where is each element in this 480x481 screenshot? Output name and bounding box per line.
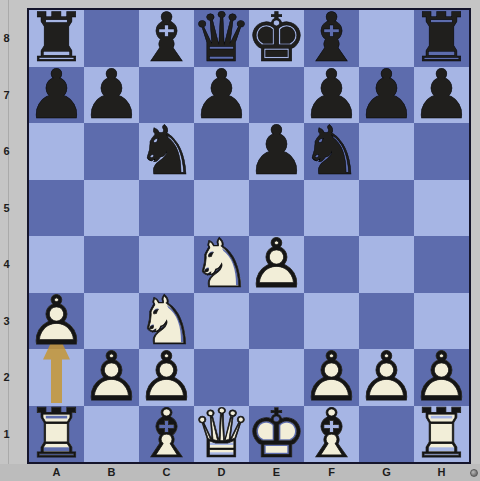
bishop-outline-icon: ♗ bbox=[304, 406, 359, 463]
piece-white-pawn-b2[interactable]: ♟♙ bbox=[84, 349, 139, 406]
piece-black-knight-c6[interactable]: ♞ bbox=[139, 123, 194, 180]
piece-black-pawn-a7[interactable]: ♟ bbox=[29, 67, 84, 124]
queen-outline-icon: ♕ bbox=[194, 406, 249, 463]
rank-label-4: 4 bbox=[0, 236, 13, 293]
square-c6[interactable]: ♞ bbox=[139, 123, 194, 180]
rank-label-7: 7 bbox=[0, 67, 13, 124]
square-d4[interactable]: ♞♘ bbox=[194, 236, 249, 293]
piece-black-pawn-h7[interactable]: ♟ bbox=[414, 67, 469, 124]
square-h7[interactable]: ♟ bbox=[414, 67, 469, 124]
square-e4[interactable]: ♟♙ bbox=[249, 236, 304, 293]
square-g5[interactable] bbox=[359, 180, 414, 237]
square-f1[interactable]: ♝♗ bbox=[304, 406, 359, 463]
square-a3[interactable]: ♟♙ bbox=[29, 293, 84, 350]
piece-white-pawn-g2[interactable]: ♟♙ bbox=[359, 349, 414, 406]
rank-label-8: 8 bbox=[0, 10, 13, 67]
square-a5[interactable] bbox=[29, 180, 84, 237]
square-b7[interactable]: ♟ bbox=[84, 67, 139, 124]
pawn-outline-icon: ♙ bbox=[359, 349, 414, 406]
rank-label-5: 5 bbox=[0, 180, 13, 237]
piece-white-rook-h1[interactable]: ♜♖ bbox=[414, 406, 469, 463]
rank-label-2: 2 bbox=[0, 349, 13, 406]
king-outline-icon: ♔ bbox=[249, 406, 304, 463]
piece-white-rook-a1[interactable]: ♜♖ bbox=[29, 406, 84, 463]
square-d1[interactable]: ♛♕ bbox=[194, 406, 249, 463]
piece-white-knight-d4[interactable]: ♞♘ bbox=[194, 236, 249, 293]
pawn-icon: ♟ bbox=[29, 67, 84, 124]
rank-label-3: 3 bbox=[0, 293, 13, 350]
knight-outline-icon: ♘ bbox=[194, 236, 249, 293]
piece-white-bishop-c1[interactable]: ♝♗ bbox=[139, 406, 194, 463]
piece-white-queen-d1[interactable]: ♛♕ bbox=[194, 406, 249, 463]
square-h4[interactable] bbox=[414, 236, 469, 293]
piece-black-pawn-e6[interactable]: ♟ bbox=[249, 123, 304, 180]
pawn-icon: ♟ bbox=[414, 67, 469, 124]
square-b5[interactable] bbox=[84, 180, 139, 237]
piece-black-knight-f6[interactable]: ♞ bbox=[304, 123, 359, 180]
piece-white-pawn-e4[interactable]: ♟♙ bbox=[249, 236, 304, 293]
rook-outline-icon: ♖ bbox=[414, 406, 469, 463]
square-g2[interactable]: ♟♙ bbox=[359, 349, 414, 406]
piece-black-pawn-b7[interactable]: ♟ bbox=[84, 67, 139, 124]
square-b4[interactable] bbox=[84, 236, 139, 293]
square-a7[interactable]: ♟ bbox=[29, 67, 84, 124]
bishop-icon: ♝ bbox=[139, 10, 194, 67]
rank-label-6: 6 bbox=[0, 123, 13, 180]
pawn-icon: ♟ bbox=[249, 123, 304, 180]
square-h1[interactable]: ♜♖ bbox=[414, 406, 469, 463]
knight-icon: ♞ bbox=[304, 123, 359, 180]
file-label-b: B bbox=[84, 465, 139, 480]
chess-app-window: ♜♝♛♚♝♜♟♟♟♟♟♟♞♟♞♞♘♟♙♟♙♞♘♟♙♟♙♟♙♟♙♟♙♜♖♝♗♛♕♚… bbox=[0, 0, 480, 481]
pawn-outline-icon: ♙ bbox=[84, 349, 139, 406]
square-e8[interactable]: ♚ bbox=[249, 10, 304, 67]
piece-white-pawn-a3[interactable]: ♟♙ bbox=[29, 293, 84, 350]
pawn-outline-icon: ♙ bbox=[249, 236, 304, 293]
square-b2[interactable]: ♟♙ bbox=[84, 349, 139, 406]
pawn-icon: ♟ bbox=[194, 67, 249, 124]
square-h5[interactable] bbox=[414, 180, 469, 237]
square-e1[interactable]: ♚♔ bbox=[249, 406, 304, 463]
pawn-icon: ♟ bbox=[84, 67, 139, 124]
piece-black-king-e8[interactable]: ♚ bbox=[249, 10, 304, 67]
bishop-outline-icon: ♗ bbox=[139, 406, 194, 463]
file-label-g: G bbox=[359, 465, 414, 480]
square-c1[interactable]: ♝♗ bbox=[139, 406, 194, 463]
square-d7[interactable]: ♟ bbox=[194, 67, 249, 124]
square-g7[interactable]: ♟ bbox=[359, 67, 414, 124]
rank-label-1: 1 bbox=[0, 406, 13, 463]
square-c8[interactable]: ♝ bbox=[139, 10, 194, 67]
piece-black-pawn-d7[interactable]: ♟ bbox=[194, 67, 249, 124]
square-g4[interactable] bbox=[359, 236, 414, 293]
square-a1[interactable]: ♜♖ bbox=[29, 406, 84, 463]
king-icon: ♚ bbox=[249, 10, 304, 67]
pawn-icon: ♟ bbox=[359, 67, 414, 124]
square-f6[interactable]: ♞ bbox=[304, 123, 359, 180]
square-f4[interactable] bbox=[304, 236, 359, 293]
piece-black-pawn-g7[interactable]: ♟ bbox=[359, 67, 414, 124]
piece-white-bishop-f1[interactable]: ♝♗ bbox=[304, 406, 359, 463]
piece-white-king-e1[interactable]: ♚♔ bbox=[249, 406, 304, 463]
pawn-outline-icon: ♙ bbox=[29, 293, 84, 350]
rook-outline-icon: ♖ bbox=[29, 406, 84, 463]
knight-icon: ♞ bbox=[139, 123, 194, 180]
square-e6[interactable]: ♟ bbox=[249, 123, 304, 180]
piece-black-bishop-c8[interactable]: ♝ bbox=[139, 10, 194, 67]
chess-board[interactable]: ♜♝♛♚♝♜♟♟♟♟♟♟♞♟♞♞♘♟♙♟♙♞♘♟♙♟♙♟♙♟♙♟♙♜♖♝♗♛♕♚… bbox=[27, 8, 471, 464]
